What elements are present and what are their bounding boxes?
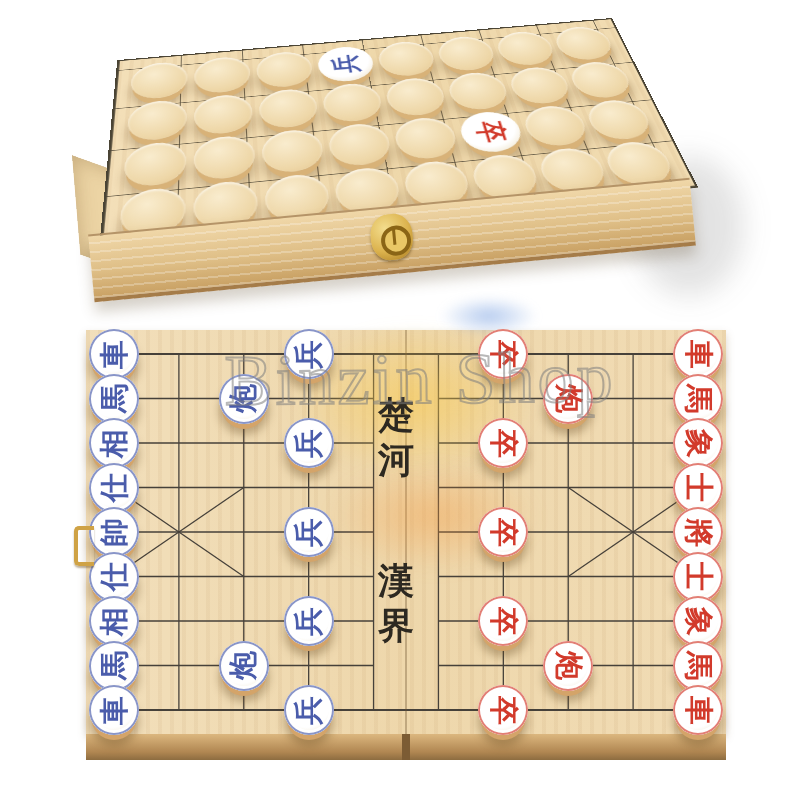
piece-character: 炮 — [554, 384, 583, 413]
piece-blue-兵: 兵 — [284, 329, 334, 379]
closed-box-view: 兵卒 — [70, 6, 730, 311]
stored-piece-blank — [519, 104, 591, 148]
stored-piece-blank — [550, 25, 616, 62]
piece-character: 兵 — [294, 518, 323, 547]
piece-character: 兵 — [329, 53, 361, 74]
piece-character: 馬 — [684, 384, 713, 413]
stored-piece-blank — [326, 121, 392, 167]
latch-knob-icon — [380, 224, 413, 257]
piece-character: 炮 — [554, 651, 583, 680]
stored-piece-blank — [565, 60, 635, 100]
piece-red-馬: 馬 — [673, 374, 723, 424]
board-front-edge-right — [410, 734, 726, 760]
xiangqi-board: 楚 河 漢 界 車馬相仕帥仕相馬車炮炮兵兵兵兵兵卒卒卒卒卒炮炮車馬象士將士象馬車 — [86, 330, 726, 734]
piece-red-卒: 卒 — [478, 507, 528, 557]
stored-piece-faceup-blue-兵: 兵 — [316, 45, 376, 83]
board-front-edge-left — [86, 734, 402, 760]
piece-blue-馬: 馬 — [89, 374, 139, 424]
piece-red-卒: 卒 — [478, 596, 528, 646]
piece-character: 士 — [684, 473, 713, 502]
stored-piece-blank — [193, 134, 255, 181]
piece-blue-相: 相 — [89, 418, 139, 468]
piece-blue-仕: 仕 — [89, 463, 139, 513]
piece-character: 兵 — [294, 340, 323, 369]
piece-blue-兵: 兵 — [284, 418, 334, 468]
stored-piece-blank — [126, 98, 187, 142]
piece-red-將: 將 — [673, 507, 723, 557]
piece-character: 炮 — [229, 384, 258, 413]
piece-red-馬: 馬 — [673, 641, 723, 691]
piece-character: 馬 — [100, 651, 129, 680]
piece-character: 象 — [684, 429, 713, 458]
piece-red-士: 士 — [673, 552, 723, 602]
piece-character: 車 — [100, 340, 129, 369]
piece-character: 馬 — [100, 384, 129, 413]
piece-character: 卒 — [489, 607, 518, 636]
piece-character: 卒 — [489, 340, 518, 369]
piece-red-炮: 炮 — [543, 374, 593, 424]
piece-red-卒: 卒 — [478, 685, 528, 735]
stored-piece-blank — [194, 55, 251, 94]
piece-blue-帥: 帥 — [89, 507, 139, 557]
piece-blue-車: 車 — [89, 329, 139, 379]
piece-blue-兵: 兵 — [284, 685, 334, 735]
piece-character: 仕 — [100, 473, 129, 502]
piece-character: 卒 — [489, 696, 518, 725]
piece-character: 卒 — [471, 119, 508, 143]
piece-red-卒: 卒 — [478, 329, 528, 379]
piece-character: 相 — [100, 429, 129, 458]
piece-red-車: 車 — [673, 685, 723, 735]
piece-character: 車 — [684, 340, 713, 369]
piece-red-卒: 卒 — [478, 418, 528, 468]
stored-piece-blank — [129, 60, 187, 100]
stored-piece-blank — [375, 40, 437, 78]
piece-character: 車 — [100, 696, 129, 725]
stored-piece-blank — [391, 115, 459, 160]
piece-character: 仕 — [100, 562, 129, 591]
piece-character: 馬 — [684, 651, 713, 680]
board-front-edge — [86, 734, 726, 760]
stored-piece-blank — [321, 81, 384, 123]
piece-character: 卒 — [489, 429, 518, 458]
piece-character: 兵 — [294, 696, 323, 725]
piece-red-車: 車 — [673, 329, 723, 379]
piece-character: 相 — [100, 607, 129, 636]
board-front-edge-gap — [402, 734, 410, 760]
piece-blue-兵: 兵 — [284, 507, 334, 557]
stored-piece-blank — [260, 128, 324, 175]
product-photo: 兵卒 楚 河 漢 界 車馬相仕帥仕相馬車炮炮兵兵兵兵兵卒卒卒卒卒炮炮車馬象士將士… — [0, 0, 800, 800]
piece-character: 將 — [684, 518, 713, 547]
piece-red-士: 士 — [673, 463, 723, 513]
stored-piece-blank — [505, 65, 573, 105]
piece-blue-仕: 仕 — [89, 552, 139, 602]
piece-character: 帥 — [100, 518, 129, 547]
piece-character: 車 — [684, 696, 713, 725]
stored-piece-blank — [193, 93, 252, 136]
piece-character: 兵 — [294, 429, 323, 458]
stored-piece-blank — [383, 76, 448, 117]
brass-latch-icon — [369, 212, 415, 262]
piece-blue-馬: 馬 — [89, 641, 139, 691]
piece-character: 炮 — [229, 651, 258, 680]
piece-character: 象 — [684, 607, 713, 636]
piece-character: 卒 — [489, 518, 518, 547]
stored-piece-blank — [434, 35, 497, 73]
piece-blue-炮: 炮 — [219, 374, 269, 424]
stored-piece-blank — [493, 30, 558, 67]
piece-character: 兵 — [294, 607, 323, 636]
hinge-hook-icon — [74, 526, 94, 566]
stored-piece-blank — [445, 70, 511, 111]
piece-blue-車: 車 — [89, 685, 139, 735]
open-board-view: 楚 河 漢 界 車馬相仕帥仕相馬車炮炮兵兵兵兵兵卒卒卒卒卒炮炮車馬象士將士象馬車 — [74, 316, 744, 768]
stored-piece-faceup-red-卒: 卒 — [456, 109, 526, 154]
stored-piece-blank — [582, 98, 656, 142]
piece-blue-相: 相 — [89, 596, 139, 646]
piece-character: 士 — [684, 562, 713, 591]
stored-piece-blank — [258, 87, 319, 130]
piece-layer: 車馬相仕帥仕相馬車炮炮兵兵兵兵兵卒卒卒卒卒炮炮車馬象士將士象馬車 — [86, 330, 726, 734]
piece-red-炮: 炮 — [543, 641, 593, 691]
piece-blue-兵: 兵 — [284, 596, 334, 646]
stored-piece-blank — [255, 50, 313, 89]
piece-red-象: 象 — [673, 418, 723, 468]
piece-blue-炮: 炮 — [219, 641, 269, 691]
stored-piece-blank — [122, 140, 186, 188]
piece-red-象: 象 — [673, 596, 723, 646]
